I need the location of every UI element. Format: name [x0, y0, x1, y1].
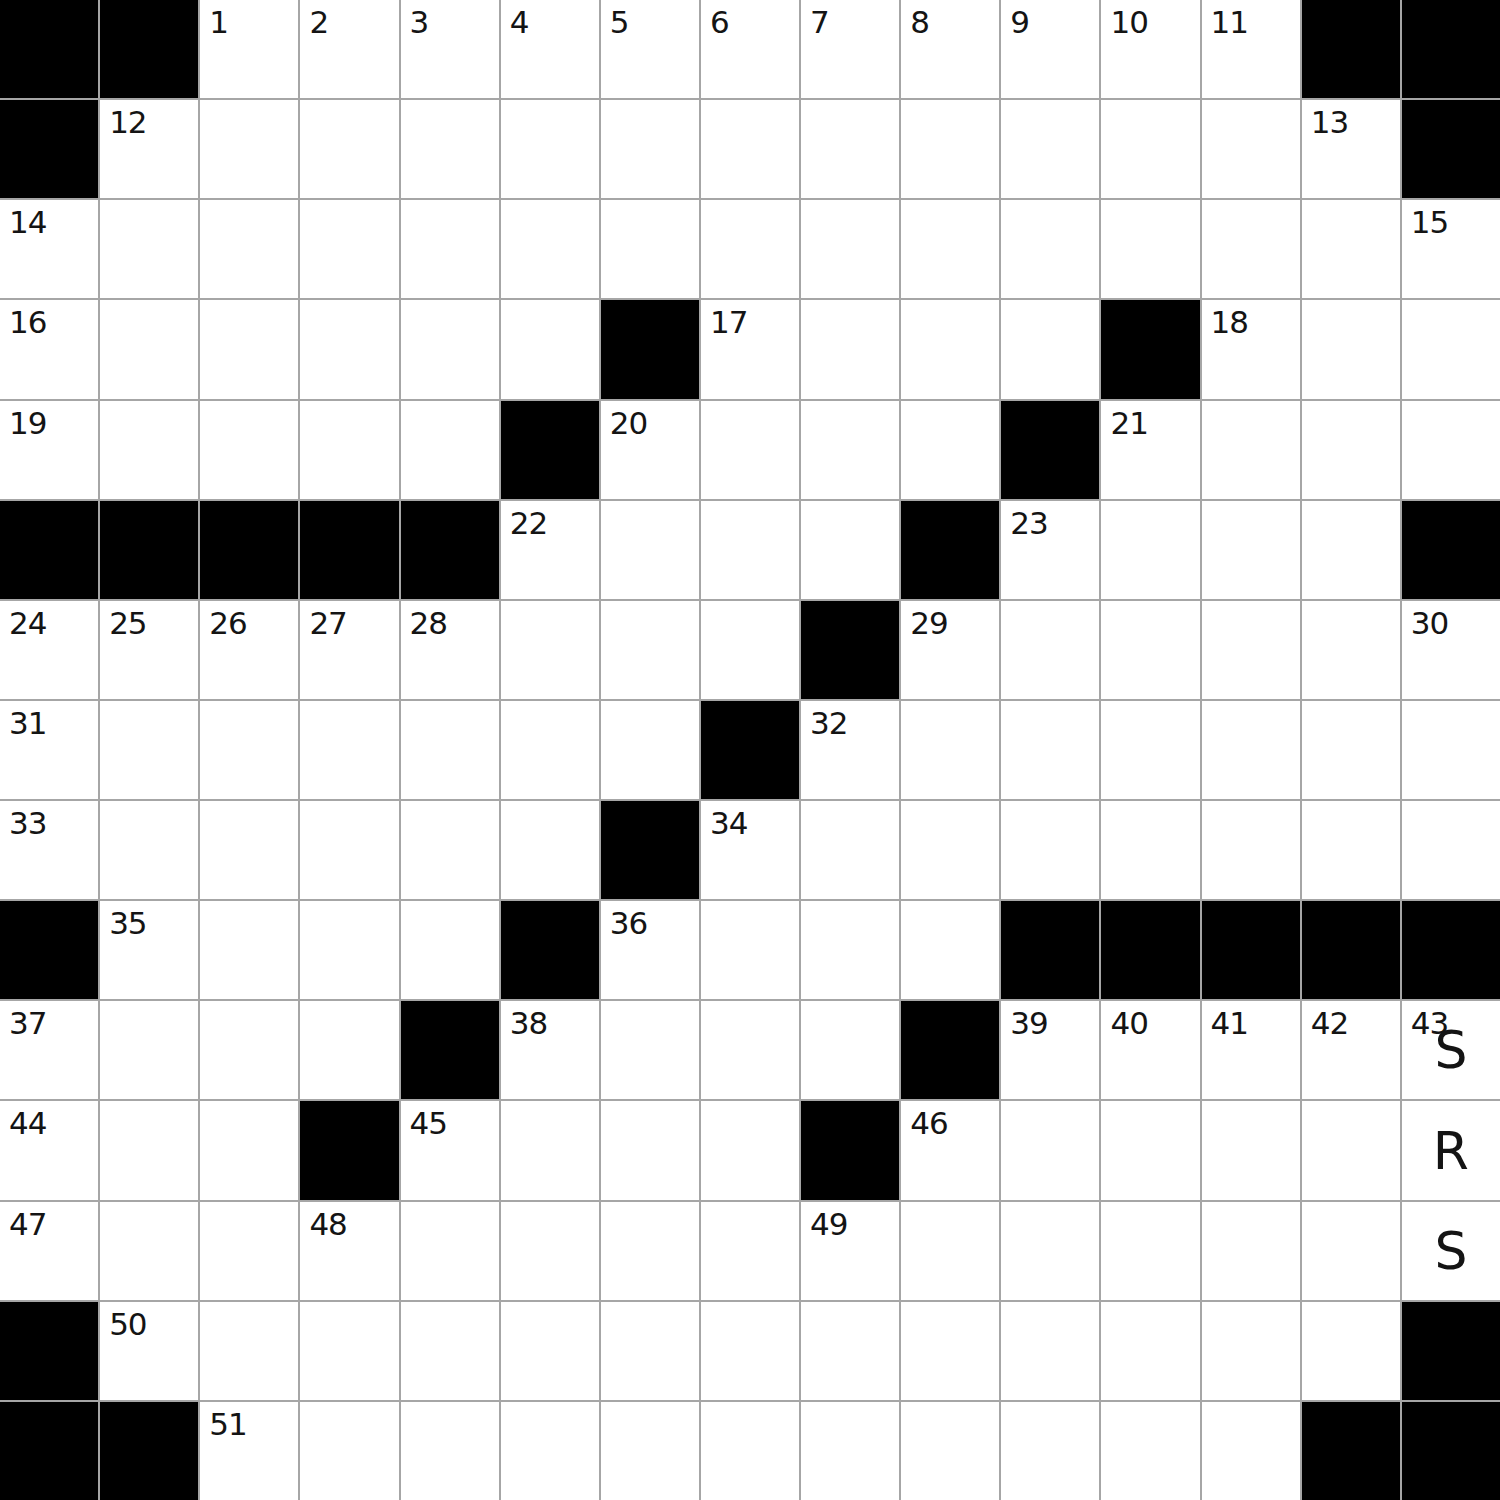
black-cell — [401, 1001, 499, 1099]
white-cell[interactable] — [901, 401, 999, 499]
white-cell[interactable] — [701, 1001, 799, 1099]
white-cell[interactable] — [1001, 1402, 1099, 1500]
white-cell[interactable] — [1302, 1101, 1400, 1199]
white-cell[interactable] — [1202, 1302, 1300, 1400]
clue-number: 4 — [510, 7, 529, 38]
black-cell — [300, 1101, 398, 1199]
clue-number: 19 — [9, 408, 46, 439]
black-cell — [401, 501, 499, 599]
white-cell[interactable] — [801, 1302, 899, 1400]
white-cell[interactable] — [401, 401, 499, 499]
white-cell[interactable] — [300, 200, 398, 298]
clue-number: 36 — [610, 908, 647, 939]
white-cell[interactable]: 3 — [401, 0, 499, 98]
white-cell[interactable] — [1302, 501, 1400, 599]
white-cell[interactable]: 4 — [501, 0, 599, 98]
white-cell[interactable] — [401, 1302, 499, 1400]
white-cell[interactable] — [901, 801, 999, 899]
white-cell[interactable] — [200, 801, 298, 899]
black-cell — [901, 1001, 999, 1099]
white-cell[interactable] — [701, 501, 799, 599]
white-cell[interactable]: 34 — [701, 801, 799, 899]
black-cell — [1202, 901, 1300, 999]
white-cell[interactable]: 35 — [100, 901, 198, 999]
white-cell[interactable] — [100, 1001, 198, 1099]
white-cell[interactable]: 10 — [1101, 0, 1199, 98]
clue-number: 15 — [1411, 207, 1448, 238]
white-cell[interactable] — [1302, 300, 1400, 398]
white-cell[interactable] — [1302, 1302, 1400, 1400]
white-cell[interactable] — [300, 701, 398, 799]
white-cell[interactable] — [200, 1302, 298, 1400]
black-cell — [0, 1302, 98, 1400]
white-cell[interactable]: 7 — [801, 0, 899, 98]
clue-number: 22 — [510, 508, 547, 539]
white-cell[interactable] — [601, 1402, 699, 1500]
white-cell[interactable] — [701, 601, 799, 699]
white-cell[interactable] — [901, 100, 999, 198]
white-cell[interactable] — [1302, 200, 1400, 298]
white-cell[interactable]: 25 — [100, 601, 198, 699]
white-cell[interactable]: 21 — [1101, 401, 1199, 499]
white-cell[interactable] — [501, 701, 599, 799]
clue-number: 39 — [1010, 1008, 1047, 1039]
clue-number: 41 — [1211, 1008, 1248, 1039]
white-cell[interactable] — [1101, 100, 1199, 198]
white-cell[interactable]: 50 — [100, 1302, 198, 1400]
white-cell[interactable] — [1302, 801, 1400, 899]
black-cell — [1302, 901, 1400, 999]
white-cell[interactable] — [100, 801, 198, 899]
filled-letter: S — [1402, 1001, 1500, 1099]
white-cell[interactable] — [401, 801, 499, 899]
clue-number: 38 — [510, 1008, 547, 1039]
clue-number: 14 — [9, 207, 46, 238]
white-cell[interactable]: 40 — [1101, 1001, 1199, 1099]
white-cell[interactable] — [1402, 300, 1500, 398]
black-cell — [801, 1101, 899, 1199]
white-cell[interactable] — [1402, 701, 1500, 799]
black-cell — [501, 901, 599, 999]
white-cell[interactable]: 47 — [0, 1202, 98, 1300]
clue-number: 26 — [209, 608, 246, 639]
white-cell[interactable]: 15 — [1402, 200, 1500, 298]
white-cell[interactable] — [100, 401, 198, 499]
white-cell[interactable] — [601, 501, 699, 599]
black-cell — [1302, 1402, 1400, 1500]
clue-number: 40 — [1110, 1008, 1147, 1039]
clue-number: 17 — [710, 307, 747, 338]
white-cell[interactable] — [701, 200, 799, 298]
white-cell[interactable] — [701, 401, 799, 499]
white-cell[interactable] — [1001, 300, 1099, 398]
white-cell[interactable] — [300, 100, 398, 198]
black-cell — [601, 801, 699, 899]
white-cell[interactable]: 42 — [1302, 1001, 1400, 1099]
white-cell[interactable] — [300, 801, 398, 899]
clue-number: 9 — [1010, 7, 1029, 38]
white-cell[interactable]: 33 — [0, 801, 98, 899]
white-cell[interactable]: 14 — [0, 200, 98, 298]
white-cell[interactable]: 29 — [901, 601, 999, 699]
white-cell[interactable]: 26 — [200, 601, 298, 699]
clue-number: 29 — [910, 608, 947, 639]
white-cell[interactable] — [901, 1402, 999, 1500]
white-cell[interactable]: 18 — [1202, 300, 1300, 398]
white-cell[interactable]: 20 — [601, 401, 699, 499]
clue-number: 21 — [1110, 408, 1147, 439]
white-cell[interactable] — [200, 401, 298, 499]
white-cell[interactable]: 23 — [1001, 501, 1099, 599]
white-cell[interactable] — [601, 1202, 699, 1300]
white-cell[interactable]: S — [1402, 1202, 1500, 1300]
white-cell[interactable] — [501, 1402, 599, 1500]
white-cell[interactable] — [1202, 601, 1300, 699]
white-cell[interactable] — [1202, 801, 1300, 899]
white-cell[interactable] — [801, 200, 899, 298]
clue-number: 25 — [109, 608, 146, 639]
white-cell[interactable] — [1001, 200, 1099, 298]
white-cell[interactable]: 43S — [1402, 1001, 1500, 1099]
white-cell[interactable] — [501, 100, 599, 198]
white-cell[interactable] — [1202, 701, 1300, 799]
clue-number: 13 — [1311, 107, 1348, 138]
white-cell[interactable] — [200, 1001, 298, 1099]
white-cell[interactable] — [300, 401, 398, 499]
filled-letter: R — [1402, 1101, 1500, 1199]
white-cell[interactable] — [1202, 401, 1300, 499]
clue-number: 2 — [309, 7, 328, 38]
black-cell — [1302, 0, 1400, 98]
white-cell[interactable] — [401, 701, 499, 799]
white-cell[interactable] — [1402, 801, 1500, 899]
clue-number: 27 — [309, 608, 346, 639]
white-cell[interactable]: 39 — [1001, 1001, 1099, 1099]
black-cell — [100, 501, 198, 599]
white-cell[interactable] — [501, 300, 599, 398]
black-cell — [801, 601, 899, 699]
white-cell[interactable] — [601, 1302, 699, 1400]
black-cell — [1402, 1402, 1500, 1500]
clue-number: 3 — [410, 7, 429, 38]
filled-letter: S — [1402, 1202, 1500, 1300]
black-cell — [100, 0, 198, 98]
white-cell[interactable] — [801, 401, 899, 499]
clue-number: 16 — [9, 307, 46, 338]
white-cell[interactable] — [501, 1202, 599, 1300]
black-cell — [501, 401, 599, 499]
white-cell[interactable] — [601, 1101, 699, 1199]
black-cell — [0, 501, 98, 599]
clue-number: 49 — [810, 1209, 847, 1240]
white-cell[interactable] — [901, 1202, 999, 1300]
clue-number: 6 — [710, 7, 729, 38]
black-cell — [0, 1402, 98, 1500]
white-cell[interactable] — [701, 1202, 799, 1300]
white-cell[interactable] — [200, 200, 298, 298]
white-cell[interactable] — [701, 1101, 799, 1199]
white-cell[interactable]: 17 — [701, 300, 799, 398]
white-cell[interactable]: 36 — [601, 901, 699, 999]
white-cell[interactable] — [200, 300, 298, 398]
white-cell[interactable] — [801, 501, 899, 599]
clue-number: 24 — [9, 608, 46, 639]
white-cell[interactable] — [501, 801, 599, 899]
clue-number: 51 — [209, 1409, 246, 1440]
white-cell[interactable] — [901, 300, 999, 398]
white-cell[interactable] — [1101, 1202, 1199, 1300]
clue-number: 5 — [610, 7, 629, 38]
white-cell[interactable] — [100, 1202, 198, 1300]
white-cell[interactable] — [801, 100, 899, 198]
white-cell[interactable] — [1302, 1202, 1400, 1300]
clue-number: 10 — [1110, 7, 1147, 38]
white-cell[interactable]: 12 — [100, 100, 198, 198]
white-cell[interactable]: 5 — [601, 0, 699, 98]
white-cell[interactable] — [801, 1001, 899, 1099]
white-cell[interactable] — [300, 901, 398, 999]
white-cell[interactable] — [1202, 1101, 1300, 1199]
white-cell[interactable]: 28 — [401, 601, 499, 699]
white-cell[interactable] — [1101, 601, 1199, 699]
white-cell[interactable] — [1001, 801, 1099, 899]
white-cell[interactable] — [601, 601, 699, 699]
white-cell[interactable] — [100, 1101, 198, 1199]
white-cell[interactable]: 8 — [901, 0, 999, 98]
white-cell[interactable] — [501, 1101, 599, 1199]
white-cell[interactable] — [1001, 701, 1099, 799]
clue-number: 32 — [810, 708, 847, 739]
white-cell[interactable] — [401, 1202, 499, 1300]
white-cell[interactable] — [401, 1402, 499, 1500]
black-cell — [1402, 501, 1500, 599]
black-cell — [1001, 401, 1099, 499]
black-cell — [1001, 901, 1099, 999]
white-cell[interactable] — [200, 701, 298, 799]
white-cell[interactable]: 6 — [701, 0, 799, 98]
white-cell[interactable] — [1101, 801, 1199, 899]
white-cell[interactable] — [300, 300, 398, 398]
white-cell[interactable] — [501, 200, 599, 298]
clue-number: 11 — [1211, 7, 1248, 38]
clue-number: 35 — [109, 908, 146, 939]
white-cell[interactable]: 38 — [501, 1001, 599, 1099]
white-cell[interactable]: 22 — [501, 501, 599, 599]
white-cell[interactable] — [1001, 100, 1099, 198]
white-cell[interactable] — [501, 601, 599, 699]
white-cell[interactable] — [501, 1302, 599, 1400]
white-cell[interactable] — [100, 200, 198, 298]
white-cell[interactable] — [1202, 501, 1300, 599]
white-cell[interactable] — [1302, 601, 1400, 699]
white-cell[interactable]: 2 — [300, 0, 398, 98]
white-cell[interactable]: 9 — [1001, 0, 1099, 98]
clue-number: 31 — [9, 708, 46, 739]
black-cell — [0, 0, 98, 98]
clue-number: 42 — [1311, 1008, 1348, 1039]
white-cell[interactable]: 31 — [0, 701, 98, 799]
white-cell[interactable]: 46 — [901, 1101, 999, 1199]
black-cell — [1402, 901, 1500, 999]
white-cell[interactable] — [300, 1402, 398, 1500]
white-cell[interactable] — [901, 701, 999, 799]
white-cell[interactable]: 45 — [401, 1101, 499, 1199]
clue-number: 44 — [9, 1108, 46, 1139]
white-cell[interactable] — [601, 701, 699, 799]
white-cell[interactable] — [701, 901, 799, 999]
white-cell[interactable] — [901, 1302, 999, 1400]
white-cell[interactable]: 24 — [0, 601, 98, 699]
white-cell[interactable] — [200, 901, 298, 999]
clue-number: 7 — [810, 7, 829, 38]
white-cell[interactable] — [1101, 701, 1199, 799]
black-cell — [200, 501, 298, 599]
clue-number: 1 — [209, 7, 228, 38]
clue-number: 34 — [710, 808, 747, 839]
white-cell[interactable] — [701, 100, 799, 198]
white-cell[interactable] — [100, 701, 198, 799]
black-cell — [1402, 100, 1500, 198]
white-cell[interactable] — [100, 300, 198, 398]
white-cell[interactable] — [1302, 701, 1400, 799]
white-cell[interactable] — [1402, 401, 1500, 499]
white-cell[interactable] — [200, 1202, 298, 1300]
white-cell[interactable] — [801, 300, 899, 398]
clue-number: 46 — [910, 1108, 947, 1139]
white-cell[interactable] — [401, 200, 499, 298]
clue-number: 37 — [9, 1008, 46, 1039]
black-cell — [1402, 1302, 1500, 1400]
white-cell[interactable] — [401, 300, 499, 398]
black-cell — [1101, 300, 1199, 398]
white-cell[interactable] — [401, 100, 499, 198]
clue-number: 8 — [910, 7, 929, 38]
white-cell[interactable] — [801, 1402, 899, 1500]
white-cell[interactable] — [1101, 1302, 1199, 1400]
white-cell[interactable]: 49 — [801, 1202, 899, 1300]
clue-number: 18 — [1211, 307, 1248, 338]
black-cell — [1402, 0, 1500, 98]
white-cell[interactable] — [601, 100, 699, 198]
white-cell[interactable]: 11 — [1202, 0, 1300, 98]
white-cell[interactable] — [901, 200, 999, 298]
clue-number: 28 — [410, 608, 447, 639]
clue-number: 47 — [9, 1209, 46, 1240]
black-cell — [1101, 901, 1199, 999]
white-cell[interactable]: 44 — [0, 1101, 98, 1199]
clue-number: 23 — [1010, 508, 1047, 539]
black-cell — [0, 100, 98, 198]
black-cell — [901, 501, 999, 599]
black-cell — [100, 1402, 198, 1500]
white-cell[interactable] — [701, 1302, 799, 1400]
white-cell[interactable] — [901, 901, 999, 999]
white-cell[interactable] — [1202, 100, 1300, 198]
clue-number: 45 — [410, 1108, 447, 1139]
white-cell[interactable] — [1101, 501, 1199, 599]
white-cell[interactable]: 37 — [0, 1001, 98, 1099]
white-cell[interactable] — [801, 901, 899, 999]
white-cell[interactable]: 32 — [801, 701, 899, 799]
white-cell[interactable] — [401, 901, 499, 999]
white-cell[interactable]: 30 — [1402, 601, 1500, 699]
white-cell[interactable]: 1 — [200, 0, 298, 98]
white-cell[interactable]: 19 — [0, 401, 98, 499]
white-cell[interactable] — [1001, 601, 1099, 699]
white-cell[interactable] — [701, 1402, 799, 1500]
white-cell[interactable]: R — [1402, 1101, 1500, 1199]
white-cell[interactable] — [200, 1101, 298, 1199]
black-cell — [701, 701, 799, 799]
clue-number: 50 — [109, 1309, 146, 1340]
white-cell[interactable] — [1101, 1402, 1199, 1500]
white-cell[interactable] — [601, 200, 699, 298]
white-cell[interactable] — [1202, 1402, 1300, 1500]
white-cell[interactable] — [300, 1001, 398, 1099]
white-cell[interactable] — [1101, 200, 1199, 298]
black-cell — [601, 300, 699, 398]
black-cell — [0, 901, 98, 999]
white-cell[interactable] — [1202, 200, 1300, 298]
clue-number: 20 — [610, 408, 647, 439]
white-cell[interactable] — [1001, 1101, 1099, 1199]
white-cell[interactable] — [1001, 1202, 1099, 1300]
white-cell[interactable] — [1001, 1302, 1099, 1400]
white-cell[interactable] — [601, 1001, 699, 1099]
clue-number: 33 — [9, 808, 46, 839]
clue-number: 30 — [1411, 608, 1448, 639]
white-cell[interactable] — [801, 801, 899, 899]
white-cell[interactable] — [1101, 1101, 1199, 1199]
clue-number: 12 — [109, 107, 146, 138]
white-cell[interactable]: 16 — [0, 300, 98, 398]
white-cell[interactable] — [300, 1302, 398, 1400]
white-cell[interactable]: 51 — [200, 1402, 298, 1500]
white-cell[interactable] — [1302, 401, 1400, 499]
white-cell[interactable] — [1202, 1202, 1300, 1300]
white-cell[interactable]: 13 — [1302, 100, 1400, 198]
black-cell — [300, 501, 398, 599]
white-cell[interactable] — [200, 100, 298, 198]
clue-number: 48 — [309, 1209, 346, 1240]
crossword-grid: 1234567891011121314151617181920212223242… — [0, 0, 1500, 1500]
white-cell[interactable]: 41 — [1202, 1001, 1300, 1099]
white-cell[interactable]: 48 — [300, 1202, 398, 1300]
white-cell[interactable]: 27 — [300, 601, 398, 699]
